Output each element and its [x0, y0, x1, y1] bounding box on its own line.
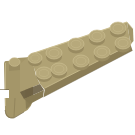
stud-top	[51, 63, 67, 75]
stud-top	[110, 22, 126, 34]
stud-top	[68, 38, 84, 50]
stud-top	[46, 47, 62, 59]
lego-piece-illustration	[0, 0, 135, 135]
hinge-notch	[0, 90, 9, 98]
product-image	[0, 0, 135, 135]
stud-top	[73, 55, 89, 67]
stud-top	[94, 46, 110, 58]
hinge-disc-top	[28, 53, 42, 63]
hinge-pin-cap-top	[9, 58, 20, 67]
hinge-disc-top	[36, 67, 52, 79]
stud-top	[89, 30, 105, 42]
stud-top	[115, 37, 131, 49]
